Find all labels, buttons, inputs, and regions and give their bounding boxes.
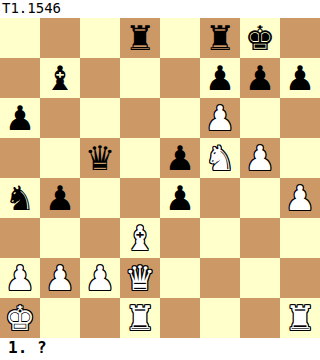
black-rook-piece: ♜ [125, 18, 155, 58]
square-e3[interactable] [160, 218, 200, 258]
square-h6[interactable] [280, 98, 320, 138]
black-bishop-piece: ♝ [45, 58, 75, 98]
square-d4[interactable] [120, 178, 160, 218]
square-g5[interactable]: ♟ [240, 138, 280, 178]
square-g8[interactable]: ♚ [240, 18, 280, 58]
square-a8[interactable] [0, 18, 40, 58]
square-h7[interactable]: ♟ [280, 58, 320, 98]
square-d8[interactable]: ♜ [120, 18, 160, 58]
square-c4[interactable] [80, 178, 120, 218]
square-a2[interactable]: ♟ [0, 258, 40, 298]
square-c7[interactable] [80, 58, 120, 98]
square-c5[interactable]: ♛ [80, 138, 120, 178]
square-h2[interactable] [280, 258, 320, 298]
square-e6[interactable] [160, 98, 200, 138]
square-a6[interactable]: ♟ [0, 98, 40, 138]
square-h5[interactable] [280, 138, 320, 178]
square-b5[interactable] [40, 138, 80, 178]
square-e5[interactable]: ♟ [160, 138, 200, 178]
square-f4[interactable] [200, 178, 240, 218]
black-rook-piece: ♜ [205, 18, 235, 58]
white-bishop-piece: ♝ [125, 218, 155, 258]
square-d3[interactable]: ♝ [120, 218, 160, 258]
square-g3[interactable] [240, 218, 280, 258]
white-pawn-piece: ♟ [245, 138, 275, 178]
white-rook-piece: ♜ [285, 298, 315, 338]
white-pawn-piece: ♟ [5, 258, 35, 298]
square-a1[interactable]: ♚ [0, 298, 40, 338]
white-pawn-piece: ♟ [205, 98, 235, 138]
square-f3[interactable] [200, 218, 240, 258]
square-c8[interactable] [80, 18, 120, 58]
move-prompt: 1. ? [0, 338, 320, 360]
black-pawn-piece: ♟ [165, 138, 195, 178]
square-f6[interactable]: ♟ [200, 98, 240, 138]
black-knight-piece: ♞ [5, 178, 35, 218]
square-d6[interactable] [120, 98, 160, 138]
white-knight-piece: ♞ [205, 138, 235, 178]
square-f8[interactable]: ♜ [200, 18, 240, 58]
square-g7[interactable]: ♟ [240, 58, 280, 98]
white-rook-piece: ♜ [125, 298, 155, 338]
square-a4[interactable]: ♞ [0, 178, 40, 218]
black-king-piece: ♚ [245, 18, 275, 58]
white-pawn-piece: ♟ [285, 178, 315, 218]
square-g4[interactable] [240, 178, 280, 218]
square-g6[interactable] [240, 98, 280, 138]
square-a7[interactable] [0, 58, 40, 98]
black-pawn-piece: ♟ [205, 58, 235, 98]
square-e4[interactable]: ♟ [160, 178, 200, 218]
white-queen-piece: ♛ [125, 258, 155, 298]
black-pawn-piece: ♟ [285, 58, 315, 98]
square-d1[interactable]: ♜ [120, 298, 160, 338]
square-b2[interactable]: ♟ [40, 258, 80, 298]
white-king-piece: ♚ [5, 298, 35, 338]
black-pawn-piece: ♟ [5, 98, 35, 138]
chess-board: ♜♜♚♝♟♟♟♟♟♛♟♞♟♞♟♟♟♝♟♟♟♛♚♜♜ [0, 18, 320, 338]
square-f2[interactable] [200, 258, 240, 298]
square-e7[interactable] [160, 58, 200, 98]
black-pawn-piece: ♟ [45, 178, 75, 218]
square-e8[interactable] [160, 18, 200, 58]
square-d5[interactable] [120, 138, 160, 178]
square-h4[interactable]: ♟ [280, 178, 320, 218]
square-b7[interactable]: ♝ [40, 58, 80, 98]
square-h1[interactable]: ♜ [280, 298, 320, 338]
black-queen-piece: ♛ [85, 138, 115, 178]
square-b4[interactable]: ♟ [40, 178, 80, 218]
square-b3[interactable] [40, 218, 80, 258]
square-b6[interactable] [40, 98, 80, 138]
square-g2[interactable] [240, 258, 280, 298]
square-c6[interactable] [80, 98, 120, 138]
square-c1[interactable] [80, 298, 120, 338]
square-f1[interactable] [200, 298, 240, 338]
square-e2[interactable] [160, 258, 200, 298]
puzzle-id: T1.1546 [0, 0, 320, 18]
square-f5[interactable]: ♞ [200, 138, 240, 178]
white-pawn-piece: ♟ [45, 258, 75, 298]
square-c3[interactable] [80, 218, 120, 258]
square-c2[interactable]: ♟ [80, 258, 120, 298]
square-g1[interactable] [240, 298, 280, 338]
square-d2[interactable]: ♛ [120, 258, 160, 298]
square-h3[interactable] [280, 218, 320, 258]
square-d7[interactable] [120, 58, 160, 98]
square-a5[interactable] [0, 138, 40, 178]
square-b1[interactable] [40, 298, 80, 338]
black-pawn-piece: ♟ [165, 178, 195, 218]
white-pawn-piece: ♟ [85, 258, 115, 298]
square-b8[interactable] [40, 18, 80, 58]
square-f7[interactable]: ♟ [200, 58, 240, 98]
square-h8[interactable] [280, 18, 320, 58]
square-e1[interactable] [160, 298, 200, 338]
square-a3[interactable] [0, 218, 40, 258]
black-pawn-piece: ♟ [245, 58, 275, 98]
